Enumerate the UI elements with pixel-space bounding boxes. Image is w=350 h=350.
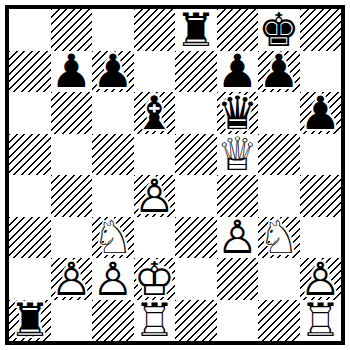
square-d6: ♝ [134, 92, 176, 134]
black-bishop-glyph: ♝ [134, 90, 175, 136]
square-e3 [175, 217, 217, 259]
square-e1 [175, 300, 217, 342]
square-d4: ♟♙ [134, 175, 176, 217]
square-e2 [175, 258, 217, 300]
white-pawn-glyph: ♙ [134, 173, 175, 219]
white-queen-glyph: ♕ [217, 131, 258, 177]
square-f1 [217, 300, 259, 342]
piece-black-bishop-d6: ♝ [134, 92, 176, 134]
square-c7: ♟ [92, 51, 134, 93]
square-f5: ♛♕ [217, 134, 259, 176]
square-c2: ♟♙ [92, 258, 134, 300]
piece-white-pawn-d4: ♟♙ [134, 175, 176, 217]
piece-black-pawn-b7: ♟ [51, 51, 93, 93]
white-knight-glyph: ♘ [258, 214, 299, 260]
square-b4 [51, 175, 93, 217]
piece-white-rook-d1: ♜♖ [134, 300, 176, 342]
piece-black-rook-a1: ♜ [9, 300, 51, 342]
square-g5 [258, 134, 300, 176]
square-a3 [9, 217, 51, 259]
chess-diagram: ♜♚♟♟♟♟♝♛♟♛♕♟♙♞♘♟♙♞♘♟♙♟♙♚♔♟♙♜♜♖♜♖ [0, 0, 350, 350]
black-rook-glyph: ♜ [9, 297, 50, 343]
piece-black-rook-e8: ♜ [175, 9, 217, 51]
chess-board: ♜♚♟♟♟♟♝♛♟♛♕♟♙♞♘♟♙♞♘♟♙♟♙♚♔♟♙♜♜♖♜♖ [9, 9, 341, 341]
black-pawn-glyph: ♟ [92, 48, 133, 94]
piece-white-pawn-f3: ♟♙ [217, 217, 259, 259]
piece-black-pawn-h6: ♟ [300, 92, 342, 134]
black-rook-glyph: ♜ [175, 7, 216, 53]
black-pawn-glyph: ♟ [300, 90, 341, 136]
square-g7: ♟ [258, 51, 300, 93]
square-a1: ♜ [9, 300, 51, 342]
piece-white-knight-g3: ♞♘ [258, 217, 300, 259]
square-b2: ♟♙ [51, 258, 93, 300]
white-pawn-glyph: ♙ [92, 256, 133, 302]
white-pawn-glyph: ♙ [51, 256, 92, 302]
square-a4 [9, 175, 51, 217]
square-f3: ♟♙ [217, 217, 259, 259]
piece-white-rook-h1: ♜♖ [300, 300, 342, 342]
square-e4 [175, 175, 217, 217]
square-h4 [300, 175, 342, 217]
square-d8 [134, 9, 176, 51]
square-g1 [258, 300, 300, 342]
square-e6 [175, 92, 217, 134]
square-a8 [9, 9, 51, 51]
piece-black-pawn-c7: ♟ [92, 51, 134, 93]
square-g3: ♞♘ [258, 217, 300, 259]
square-b5 [51, 134, 93, 176]
piece-white-pawn-b2: ♟♙ [51, 258, 93, 300]
piece-white-queen-f5: ♛♕ [217, 134, 259, 176]
piece-white-pawn-c2: ♟♙ [92, 258, 134, 300]
square-a6 [9, 92, 51, 134]
square-h1: ♜♖ [300, 300, 342, 342]
square-c5 [92, 134, 134, 176]
square-h8 [300, 9, 342, 51]
square-d1: ♜♖ [134, 300, 176, 342]
square-a5 [9, 134, 51, 176]
square-a7 [9, 51, 51, 93]
square-e5 [175, 134, 217, 176]
square-b7: ♟ [51, 51, 93, 93]
square-e8: ♜ [175, 9, 217, 51]
board-frame: ♜♚♟♟♟♟♝♛♟♛♕♟♙♞♘♟♙♞♘♟♙♟♙♚♔♟♙♜♜♖♜♖ [5, 5, 345, 345]
black-pawn-glyph: ♟ [51, 48, 92, 94]
piece-black-pawn-g7: ♟ [258, 51, 300, 93]
white-pawn-glyph: ♙ [217, 214, 258, 260]
square-h6: ♟ [300, 92, 342, 134]
black-pawn-glyph: ♟ [258, 48, 299, 94]
white-rook-glyph: ♖ [134, 297, 175, 343]
white-rook-glyph: ♖ [300, 297, 341, 343]
